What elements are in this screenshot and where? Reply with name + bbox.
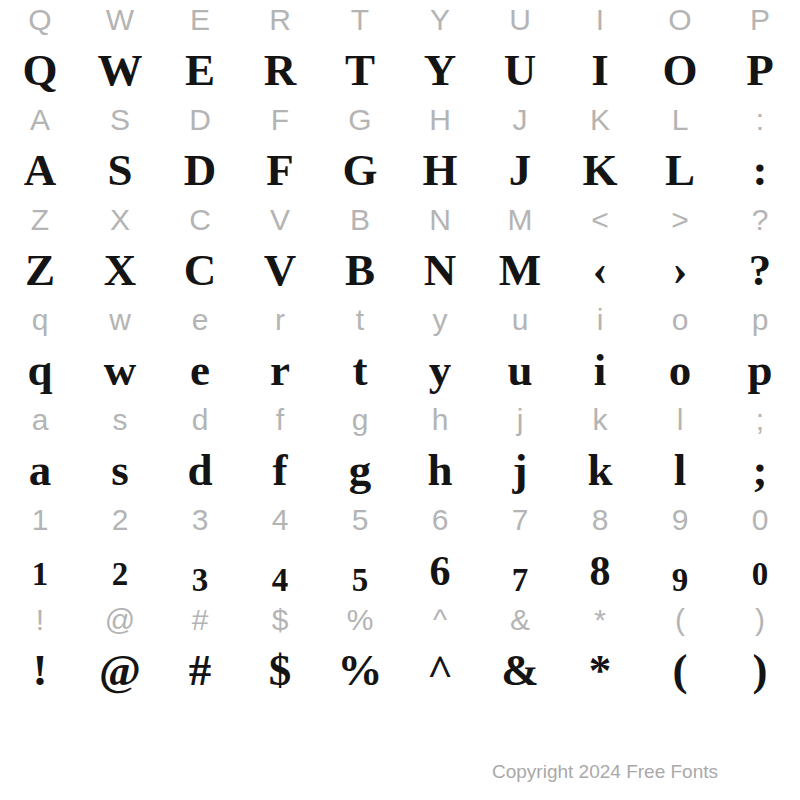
reference-glyph: X <box>80 200 160 240</box>
specimen-row: !@#$%^&*() <box>0 640 800 700</box>
reference-glyph: 2 <box>80 500 160 540</box>
specimen-glyph: 6 <box>400 541 480 601</box>
specimen-glyph: 2 <box>80 544 160 604</box>
reference-glyph: K <box>560 100 640 140</box>
reference-row: QWERTYUIOP <box>0 0 800 40</box>
reference-glyph: k <box>560 400 640 440</box>
specimen-glyph: C <box>160 240 240 300</box>
specimen-glyph: 0 <box>720 544 800 604</box>
reference-glyph: w <box>80 300 160 340</box>
specimen-glyph: % <box>320 640 400 700</box>
reference-glyph: V <box>240 200 320 240</box>
reference-glyph: H <box>400 100 480 140</box>
reference-glyph: ! <box>0 600 80 640</box>
reference-glyph: 8 <box>560 500 640 540</box>
reference-glyph: a <box>0 400 80 440</box>
specimen-glyph: d <box>160 440 240 500</box>
reference-glyph: E <box>160 0 240 40</box>
reference-glyph: W <box>80 0 160 40</box>
specimen-glyph: @ <box>80 640 160 700</box>
specimen-glyph: 4 <box>240 550 320 610</box>
reference-row: asdfghjkl; <box>0 400 800 440</box>
specimen-glyph: B <box>320 240 400 300</box>
reference-glyph: ^ <box>400 600 480 640</box>
glyph-row-pair: QWERTYUIOPQWERTYUIOP <box>0 0 800 100</box>
reference-glyph: q <box>0 300 80 340</box>
font-specimen-sheet: QWERTYUIOPQWERTYUIOPASDFGHJKL:ASDFGHJKL:… <box>0 0 800 800</box>
glyph-row-pair: !@#$%^&*()!@#$%^&*() <box>0 600 800 700</box>
specimen-glyph: * <box>560 640 640 700</box>
specimen-glyph: U <box>480 40 560 100</box>
reference-glyph: > <box>640 200 720 240</box>
reference-glyph: o <box>640 300 720 340</box>
specimen-glyph: ? <box>720 240 800 300</box>
copyright-text: Copyright 2024 Free Fonts <box>492 761 718 783</box>
reference-glyph: L <box>640 100 720 140</box>
reference-glyph: S <box>80 100 160 140</box>
reference-row: 1234567890 <box>0 500 800 540</box>
specimen-glyph: q <box>0 340 80 400</box>
specimen-glyph: ^ <box>400 640 480 700</box>
specimen-glyph: e <box>160 340 240 400</box>
reference-glyph: 5 <box>320 500 400 540</box>
specimen-glyph: F <box>240 140 320 200</box>
reference-glyph: 4 <box>240 500 320 540</box>
reference-glyph: s <box>80 400 160 440</box>
specimen-glyph: 8 <box>560 541 640 601</box>
specimen-glyph: $ <box>240 640 320 700</box>
reference-glyph: F <box>240 100 320 140</box>
specimen-glyph: ! <box>0 640 80 700</box>
specimen-glyph: W <box>80 40 160 100</box>
reference-glyph: d <box>160 400 240 440</box>
specimen-glyph: : <box>720 140 800 200</box>
specimen-glyph: S <box>80 140 160 200</box>
specimen-glyph: 1 <box>0 544 80 604</box>
reference-glyph: u <box>480 300 560 340</box>
specimen-row: qwertyuiop <box>0 340 800 400</box>
specimen-glyph: X <box>80 240 160 300</box>
specimen-row: QWERTYUIOP <box>0 40 800 100</box>
reference-glyph: 7 <box>480 500 560 540</box>
reference-glyph: 6 <box>400 500 480 540</box>
reference-glyph: i <box>560 300 640 340</box>
specimen-glyph: V <box>240 240 320 300</box>
specimen-glyph: K <box>560 140 640 200</box>
specimen-glyph: N <box>400 240 480 300</box>
specimen-glyph: # <box>160 640 240 700</box>
reference-row: ASDFGHJKL: <box>0 100 800 140</box>
specimen-glyph: M <box>480 240 560 300</box>
reference-glyph: e <box>160 300 240 340</box>
reference-glyph: y <box>400 300 480 340</box>
specimen-glyph: E <box>160 40 240 100</box>
specimen-glyph: G <box>320 140 400 200</box>
specimen-glyph: O <box>640 40 720 100</box>
specimen-glyph: ( <box>640 640 720 700</box>
specimen-glyph: 7 <box>480 550 560 610</box>
reference-row: ZXCVBNM<>? <box>0 200 800 240</box>
specimen-glyph: I <box>560 40 640 100</box>
reference-glyph: B <box>320 200 400 240</box>
specimen-glyph: ; <box>720 440 800 500</box>
reference-glyph: 9 <box>640 500 720 540</box>
reference-glyph: * <box>560 600 640 640</box>
reference-glyph: D <box>160 100 240 140</box>
specimen-row: asdfghjkl; <box>0 440 800 500</box>
specimen-row: ZXCVBNM‹›? <box>0 240 800 300</box>
specimen-glyph: s <box>80 440 160 500</box>
reference-glyph: f <box>240 400 320 440</box>
reference-glyph: p <box>720 300 800 340</box>
specimen-glyph: Y <box>400 40 480 100</box>
specimen-glyph: i <box>560 340 640 400</box>
specimen-glyph: L <box>640 140 720 200</box>
specimen-glyph: f <box>240 440 320 500</box>
specimen-row: 1234567890 <box>0 540 800 600</box>
reference-glyph: A <box>0 100 80 140</box>
specimen-glyph: 5 <box>320 550 400 610</box>
specimen-glyph: t <box>320 340 400 400</box>
reference-glyph: g <box>320 400 400 440</box>
specimen-row: ASDFGHJKL: <box>0 140 800 200</box>
specimen-glyph: & <box>480 640 560 700</box>
glyph-row-pair: qwertyuiopqwertyuiop <box>0 300 800 400</box>
specimen-glyph: p <box>720 340 800 400</box>
specimen-glyph: j <box>480 440 560 500</box>
specimen-glyph: k <box>560 440 640 500</box>
reference-glyph: Z <box>0 200 80 240</box>
reference-glyph: T <box>320 0 400 40</box>
glyph-row-pair: 12345678901234567890 <box>0 500 800 600</box>
reference-glyph: @ <box>80 600 160 640</box>
specimen-glyph: T <box>320 40 400 100</box>
character-grid: QWERTYUIOPQWERTYUIOPASDFGHJKL:ASDFGHJKL:… <box>0 0 800 700</box>
reference-glyph: U <box>480 0 560 40</box>
glyph-row-pair: ASDFGHJKL:ASDFGHJKL: <box>0 100 800 200</box>
reference-glyph: t <box>320 300 400 340</box>
reference-glyph: 3 <box>160 500 240 540</box>
specimen-glyph: ‹ <box>560 240 640 300</box>
specimen-glyph: y <box>400 340 480 400</box>
reference-glyph: ? <box>720 200 800 240</box>
reference-glyph: j <box>480 400 560 440</box>
glyph-row-pair: asdfghjkl;asdfghjkl; <box>0 400 800 500</box>
reference-glyph: < <box>560 200 640 240</box>
reference-glyph: J <box>480 100 560 140</box>
reference-glyph: l <box>640 400 720 440</box>
reference-glyph: I <box>560 0 640 40</box>
reference-glyph: M <box>480 200 560 240</box>
reference-row: qwertyuiop <box>0 300 800 340</box>
reference-glyph: ) <box>720 600 800 640</box>
specimen-glyph: R <box>240 40 320 100</box>
specimen-glyph: 9 <box>640 550 720 610</box>
specimen-glyph: D <box>160 140 240 200</box>
reference-glyph: Q <box>0 0 80 40</box>
reference-glyph: ; <box>720 400 800 440</box>
specimen-glyph: g <box>320 440 400 500</box>
specimen-glyph: l <box>640 440 720 500</box>
specimen-glyph: 3 <box>160 550 240 610</box>
specimen-glyph: a <box>0 440 80 500</box>
specimen-glyph: H <box>400 140 480 200</box>
reference-glyph: P <box>720 0 800 40</box>
specimen-glyph: J <box>480 140 560 200</box>
specimen-glyph: Z <box>0 240 80 300</box>
reference-glyph: C <box>160 200 240 240</box>
specimen-glyph: o <box>640 340 720 400</box>
specimen-glyph: h <box>400 440 480 500</box>
glyph-row-pair: ZXCVBNM<>?ZXCVBNM‹›? <box>0 200 800 300</box>
reference-glyph: N <box>400 200 480 240</box>
specimen-glyph: w <box>80 340 160 400</box>
specimen-glyph: A <box>0 140 80 200</box>
reference-glyph: h <box>400 400 480 440</box>
specimen-glyph: r <box>240 340 320 400</box>
reference-glyph: : <box>720 100 800 140</box>
reference-glyph: R <box>240 0 320 40</box>
reference-glyph: r <box>240 300 320 340</box>
specimen-glyph: P <box>720 40 800 100</box>
specimen-glyph: › <box>640 240 720 300</box>
reference-glyph: 0 <box>720 500 800 540</box>
specimen-glyph: ) <box>720 640 800 700</box>
specimen-glyph: Q <box>0 40 80 100</box>
reference-glyph: 1 <box>0 500 80 540</box>
specimen-glyph: u <box>480 340 560 400</box>
reference-glyph: Y <box>400 0 480 40</box>
reference-glyph: O <box>640 0 720 40</box>
reference-glyph: G <box>320 100 400 140</box>
